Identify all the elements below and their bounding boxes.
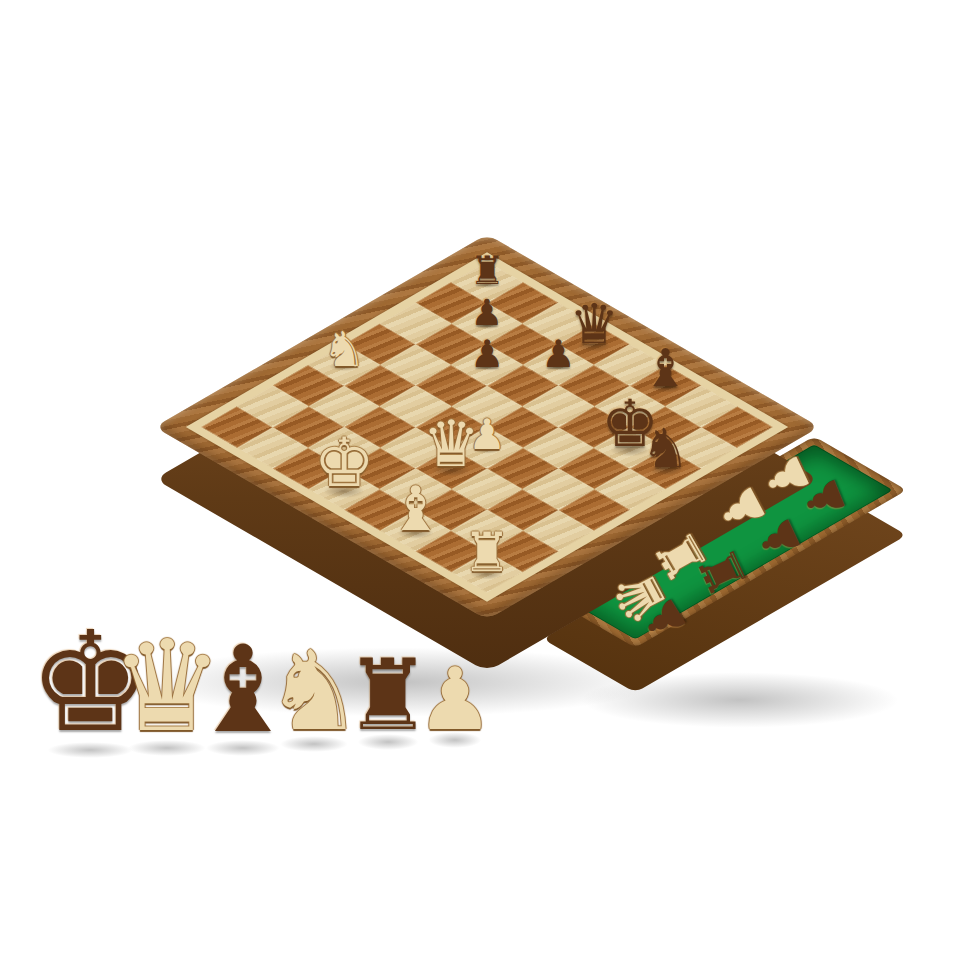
board-piece-white-rook-h1: ♜ [463, 526, 511, 580]
board-piece-black-knight-h6: ♞ [641, 422, 689, 476]
board-piece-white-queen-e3: ♛ [423, 412, 480, 476]
board-piece-black-pawn-d7: ♟ [541, 335, 575, 373]
board-piece-black-rook-a8: ♜ [470, 251, 505, 290]
board-piece-black-pawn-b7: ♟ [471, 295, 503, 331]
board-piece-white-bishop-f1: ♝ [388, 478, 443, 539]
board-piece-white-knight-a4: ♞ [323, 325, 366, 373]
board-piece-black-pawn-c6: ♟ [470, 335, 504, 373]
chess-set-product-photo: ♜♛♝♟♟♟♚♞♞♟♛♚♝♜♟♟♟♟♜♜♛♟♚♛♝♞♜♟ [0, 0, 960, 960]
display-piece-white-pawn: ♟ [416, 656, 493, 742]
board-piece-black-queen-d8: ♛ [569, 297, 618, 352]
board-piece-white-king-d1: ♚ [314, 429, 375, 497]
